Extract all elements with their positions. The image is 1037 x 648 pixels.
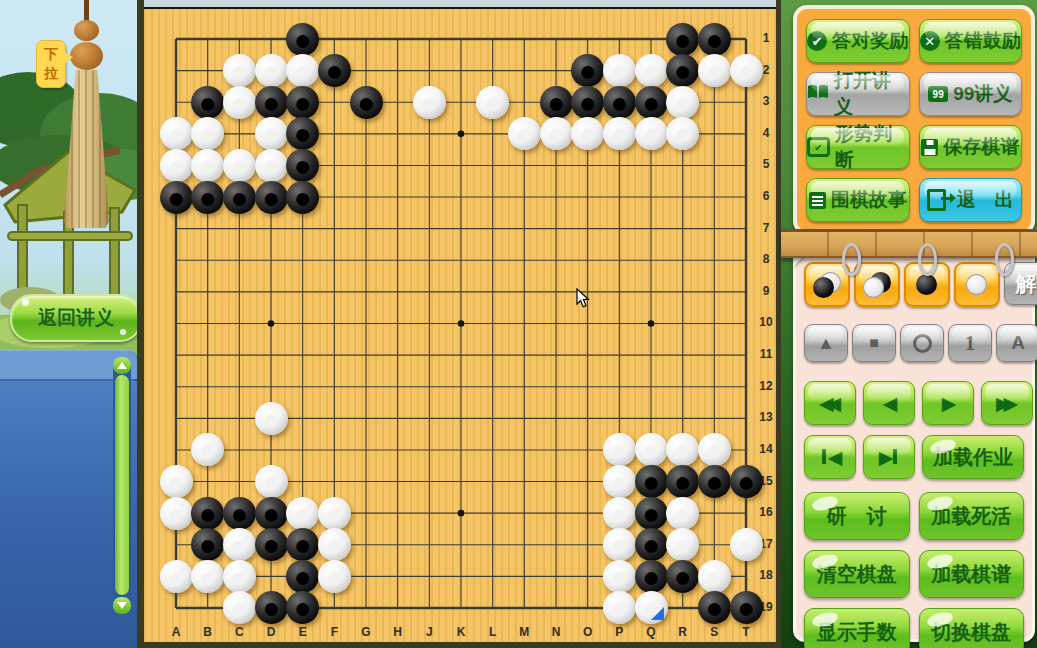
letter-marker-button[interactable]: A [996,324,1037,362]
open-book-icon [807,83,829,105]
scroll-thumb[interactable] [115,375,129,595]
square-marker-icon: ■ [869,334,879,352]
black-stone-E5: ● [286,149,319,182]
white-stone-P16: ● [603,497,636,530]
white-stone-T17: ● [730,528,763,561]
letter-marker-icon: A [1011,332,1025,354]
floppy-icon [921,139,938,156]
action-row-3: 显示手数切换棋盘 [804,608,1024,648]
exit-label: 退 出 [957,187,1014,213]
row-label-10: 10 [755,315,777,329]
tool-white-stone-button[interactable] [954,262,1000,307]
stone-tool-row: 解 [804,262,1024,307]
black-stone-C16: ● [223,497,256,530]
show-move-numbers-label: 显示手数 [817,619,897,646]
exit-door-icon [927,189,946,211]
black-stone-Q15: ● [635,465,668,498]
black-stone-S1: ● [698,23,731,56]
action-row-1: 研 讨加载死活 [804,492,1024,540]
reward-correct-button[interactable]: ✔答对奖励 [806,19,910,63]
white-stone-Q2: ● [635,54,668,87]
fast-forward-icon: ▶▶ [996,392,1018,415]
lesson-button-panel: ✔答对奖励✕答错鼓励打开讲义9999讲义✔形势判断保存棋谱围棋故事退 出 [793,5,1035,235]
last-move-marker [651,607,664,620]
story-book-icon [809,192,826,209]
go-story-label: 围棋故事 [831,187,907,213]
black-stone-D17: ● [255,528,288,561]
white-stone-F16: ● [318,497,351,530]
switch-board-button[interactable]: 切换棋盘 [919,608,1025,648]
situation-judgement-button[interactable]: ✔形势判断 [806,125,910,169]
column-label-k: K [453,625,469,639]
black-stone-Q18: ● [635,560,668,593]
row-label-6: 6 [755,189,777,203]
to-end-button[interactable]: ▶ [863,435,915,479]
step-back-icon: ◀ [883,392,896,415]
black-stone-A6: ● [160,181,193,214]
white-stone-F18: ● [318,560,351,593]
load-homework-button[interactable]: 加载作业 [922,435,1024,479]
arrow-down-icon [117,602,127,609]
black-stone-R15: ● [666,465,699,498]
white-stone-Q19: ● [635,591,668,624]
lecture-list-panel [0,349,137,648]
clear-board-label: 清空棋盘 [817,561,897,588]
black-stone-B3: ● [191,86,224,119]
white-stone-D13: ● [255,402,288,435]
white-stone-R16: ● [666,497,699,530]
right-panel: ✔答对奖励✕答错鼓励打开讲义9999讲义✔形势判断保存棋谱围棋故事退 出 解 ▲… [781,0,1037,648]
back-to-lecture-label: 返回讲义 [38,305,114,331]
transport-row-1: ◀◀◀▶▶▶ [804,381,1024,425]
column-label-d: D [263,625,279,639]
encourage-wrong-label: 答错鼓励 [945,28,1021,54]
row-label-11: 11 [755,347,777,361]
white-stone-P15: ● [603,465,636,498]
row-label-13: 13 [755,410,777,424]
step-back-button[interactable]: ◀ [863,381,915,425]
black-stone-S15: ● [698,465,731,498]
to-end-icon: ▶ [879,446,900,469]
load-game-record-button[interactable]: 加载棋谱 [919,550,1025,598]
black-stone-R18: ● [666,560,699,593]
column-label-o: O [580,625,596,639]
column-label-f: F [326,625,342,639]
number-marker-icon: 1 [965,331,976,356]
arrow-up-icon [117,362,127,369]
column-label-t: T [738,625,754,639]
transport-row-2: ◀▶加载作业 [804,435,1024,479]
white-stone-D2: ● [255,54,288,87]
black-stone-D19: ● [255,591,288,624]
column-label-p: P [611,625,627,639]
left-sidebar: 下拉 返回讲义 [0,0,137,648]
number-marker-button[interactable]: 1 [948,324,992,362]
column-label-c: C [231,625,247,639]
pull-down-bubble: 下拉 [36,40,66,88]
white-stone-C2: ● [223,54,256,87]
black-stone-Q16: ● [635,497,668,530]
black-stone-D3: ● [255,86,288,119]
step-forward-icon: ▶ [942,392,955,415]
triangle-marker-icon: ▲ [817,333,835,354]
x-circle-icon: ✕ [920,31,940,51]
discuss-button[interactable]: 研 讨 [804,492,910,540]
open-lecture-label: 打开讲义 [834,68,909,120]
white-stone-L3: ● [476,86,509,119]
row-label-5: 5 [755,157,777,171]
white-stone-F17: ● [318,528,351,561]
black-stone-E18: ● [286,560,319,593]
row-label-18: 18 [755,568,777,582]
black-stone-D16: ● [255,497,288,530]
circle-marker-button[interactable] [900,324,944,362]
black-stone-C6: ● [223,181,256,214]
fast-forward-button[interactable]: ▶▶ [981,381,1033,425]
triangle-marker-button[interactable]: ▲ [804,324,848,362]
go-board[interactable]: ABCDEFGHJKLMNOPQRST123456789101112131415… [137,0,781,648]
load-life-and-death-button[interactable]: 加载死活 [919,492,1025,540]
white-stone-P18: ● [603,560,636,593]
white-stone-P4: ● [603,117,636,150]
check-circle-icon: ✔ [807,31,827,51]
black-stone-G3: ● [350,86,383,119]
save-game-record-button[interactable]: 保存棋谱 [919,125,1023,169]
row-label-1: 1 [755,31,777,45]
black-stone-O3: ● [571,86,604,119]
row-label-9: 9 [755,284,777,298]
row-label-14: 14 [755,442,777,456]
solve-label: 解 [1016,270,1037,298]
white-stone-Q14: ● [635,433,668,466]
white-stone-M4: ● [508,117,541,150]
white-stone-T2: ● [730,54,763,87]
binder-ring [842,243,861,276]
go-story-button[interactable]: 围棋故事 [806,178,910,222]
back-to-lecture-button[interactable]: 返回讲义 [10,294,137,342]
show-move-numbers-button[interactable]: 显示手数 [804,608,910,648]
column-label-a: A [168,625,184,639]
load-life-and-death-label: 加载死活 [931,503,1011,530]
binder-ring [918,243,937,276]
white-stone-S2: ● [698,54,731,87]
black-stone-E6: ● [286,181,319,214]
white-stone-B5: ● [191,149,224,182]
white-stone-C17: ● [223,528,256,561]
black-stone-Q17: ● [635,528,668,561]
scrollbar[interactable] [113,357,131,614]
black-stone-N3: ● [540,86,573,119]
to-start-icon: ◀ [820,446,841,469]
go-app-window: 下拉 返回讲义 ABCDEFGHJKLMNOPQRST1234567891011… [0,0,1037,648]
white-stone-C18: ● [223,560,256,593]
white-stone-A5: ● [160,149,193,182]
row-label-4: 4 [755,126,777,140]
white-stone-A15: ● [160,465,193,498]
white-stone-P2: ● [603,54,636,87]
white-stone-D4: ● [255,117,288,150]
white-black-pair-icon [863,272,891,298]
column-label-r: R [675,625,691,639]
column-label-h: H [390,625,406,639]
black-stone-E1: ● [286,23,319,56]
reward-correct-label: 答对奖励 [832,28,908,54]
white-stone-Q4: ● [635,117,668,150]
save-game-record-label: 保存棋谱 [943,134,1019,160]
black-white-pair-icon [813,272,841,298]
scroll-down-button[interactable] [113,597,131,614]
pull-down-label: 下拉 [43,45,59,83]
open-lecture-button[interactable]: 打开讲义 [806,72,910,116]
fast-rewind-button[interactable]: ◀◀ [804,381,856,425]
black-stone-T19: ● [730,591,763,624]
black-stone-D6: ● [255,181,288,214]
white-stone-E16: ● [286,497,319,530]
bubble-check-icon: ✔ [807,137,830,157]
white-stone-N4: ● [540,117,573,150]
white-stone-R3: ● [666,86,699,119]
white-stone-D5: ● [255,149,288,182]
row-label-12: 12 [755,379,777,393]
tassel-knot [70,42,103,70]
white-stone-J3: ● [413,86,446,119]
black-stone-B16: ● [191,497,224,530]
lecture-99-label: 99讲义 [953,81,1012,107]
circle-marker-icon [913,334,932,353]
column-label-n: N [548,625,564,639]
lecture-99-button[interactable]: 9999讲义 [919,72,1023,116]
white-stone-S18: ● [698,560,731,593]
row-label-3: 3 [755,94,777,108]
discuss-label: 研 讨 [827,503,887,530]
column-label-e: E [295,625,311,639]
fast-rewind-icon: ◀◀ [819,392,841,415]
column-label-l: L [485,625,501,639]
mouse-cursor [576,288,591,309]
white-stone-C3: ● [223,86,256,119]
column-label-j: J [421,625,437,639]
column-label-m: M [516,625,532,639]
situation-judgement-label: 形势判断 [835,121,909,173]
load-homework-label: 加载作业 [933,444,1013,471]
white-stone-P17: ● [603,528,636,561]
tool-panel: 解 ▲■1A ◀◀◀▶▶▶ ◀▶加载作业 研 讨加载死活 清空棋盘加载棋谱 显示… [793,247,1035,642]
book-99-icon: 99 [928,86,948,102]
column-label-q: Q [643,625,659,639]
white-stone-A18: ● [160,560,193,593]
to-start-button[interactable]: ◀ [804,435,856,479]
encourage-wrong-button[interactable]: ✕答错鼓励 [919,19,1023,63]
binder-ring [995,243,1014,276]
clear-board-button[interactable]: 清空棋盘 [804,550,910,598]
white-stone-D15: ● [255,465,288,498]
tool-white-black-pair-button[interactable] [854,262,900,307]
marker-tool-row: ▲■1A [804,324,1024,362]
row-label-8: 8 [755,252,777,266]
scroll-up-button[interactable] [113,357,131,374]
tassel-knot [74,20,99,41]
black-stone-P3: ● [603,86,636,119]
row-label-7: 7 [755,221,777,235]
black-stone-F2: ● [318,54,351,87]
square-marker-button[interactable]: ■ [852,324,896,362]
step-forward-button[interactable]: ▶ [922,381,974,425]
white-stone-B18: ● [191,560,224,593]
white-stone-A16: ● [160,497,193,530]
column-label-s: S [706,625,722,639]
black-stone-R1: ● [666,23,699,56]
black-stone-E3: ● [286,86,319,119]
black-stone-B6: ● [191,181,224,214]
white-stone-icon [963,272,991,298]
load-game-record-label: 加载棋谱 [931,561,1011,588]
exit-button[interactable]: 退 出 [919,178,1023,222]
row-label-16: 16 [755,505,777,519]
action-row-2: 清空棋盘加载棋谱 [804,550,1024,598]
black-stone-Q3: ● [635,86,668,119]
black-stone-T15: ● [730,465,763,498]
switch-board-label: 切换棋盘 [931,619,1011,646]
white-stone-C5: ● [223,149,256,182]
column-label-b: B [200,625,216,639]
white-stone-A4: ● [160,117,193,150]
column-label-g: G [358,625,374,639]
